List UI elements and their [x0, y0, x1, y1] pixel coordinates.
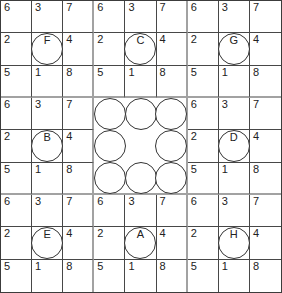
cell-number: 8 [253, 261, 259, 272]
cell-r1c7: 6 [188, 1, 219, 33]
cell-r9c2: 1 [32, 260, 63, 292]
cell-r5c2: B [32, 130, 63, 162]
cell-number: 7 [253, 2, 259, 13]
cell-r3c2: 1 [32, 66, 63, 98]
cell-r1c9: 7 [250, 1, 281, 33]
cell-r6c1: 5 [1, 163, 32, 195]
cell-number: 7 [253, 196, 259, 207]
cell-r1c2: 3 [32, 1, 63, 33]
cell-number: 4 [253, 34, 259, 45]
circle-letter: F [32, 35, 62, 46]
cell-r3c8: 1 [219, 66, 250, 98]
cell-number: 7 [66, 196, 72, 207]
cell-number: 5 [4, 261, 10, 272]
cell-r2c9: 4 [250, 33, 281, 65]
empty-circle [155, 162, 187, 194]
cell-r3c6: 8 [157, 66, 188, 98]
cell-r2c7: 2 [188, 33, 219, 65]
cell-r9c5: 1 [125, 260, 156, 292]
circle-letter: D [219, 132, 249, 143]
circle-letter: G [219, 35, 249, 46]
cell-r4c8: 3 [219, 98, 250, 130]
cell-r3c3: 8 [63, 66, 94, 98]
cell-number: 5 [97, 67, 103, 78]
cell-r1c8: 3 [219, 1, 250, 33]
cell-r2c5: C [125, 33, 156, 65]
cell-r8c4: 2 [94, 227, 125, 259]
cell-r5c6 [157, 130, 188, 162]
cell-number: 3 [128, 2, 134, 13]
cell-number: 2 [97, 228, 103, 239]
cell-number: 8 [160, 67, 166, 78]
cell-number: 1 [35, 261, 41, 272]
empty-circle [125, 162, 157, 194]
cell-number: 2 [4, 228, 10, 239]
cell-r4c9: 7 [250, 98, 281, 130]
cell-r7c7: 6 [188, 195, 219, 227]
cell-number: 8 [160, 261, 166, 272]
cell-number: 5 [4, 164, 10, 175]
cell-r9c9: 8 [250, 260, 281, 292]
cell-number: 5 [191, 164, 197, 175]
circle-letter: E [32, 229, 62, 240]
cell-r8c9: 4 [250, 227, 281, 259]
cell-number: 1 [35, 67, 41, 78]
cell-number: 8 [66, 164, 72, 175]
cell-r4c6 [157, 98, 188, 130]
cell-number: 5 [191, 67, 197, 78]
cell-r1c1: 6 [1, 1, 32, 33]
cell-number: 4 [160, 228, 166, 239]
cell-number: 3 [35, 196, 41, 207]
cell-r3c9: 8 [250, 66, 281, 98]
cell-r9c1: 5 [1, 260, 32, 292]
puzzle-board: 6376376372F42C42G45185185186376372B42D45… [0, 0, 282, 293]
cell-r7c3: 7 [63, 195, 94, 227]
cell-r7c1: 6 [1, 195, 32, 227]
cell-r1c6: 7 [157, 1, 188, 33]
cell-r4c7: 6 [188, 98, 219, 130]
empty-circle [94, 162, 126, 194]
cell-number: 4 [253, 228, 259, 239]
cell-r9c3: 8 [63, 260, 94, 292]
cell-number: 3 [222, 2, 228, 13]
cell-r5c1: 2 [1, 130, 32, 162]
cell-r2c8: G [219, 33, 250, 65]
cell-r6c4 [94, 163, 125, 195]
cell-r4c5 [125, 98, 156, 130]
cell-number: 3 [222, 196, 228, 207]
cell-number: 7 [66, 2, 72, 13]
cell-r2c4: 2 [94, 33, 125, 65]
cell-number: 6 [191, 196, 197, 207]
cell-number: 7 [160, 196, 166, 207]
cell-number: 3 [35, 99, 41, 110]
empty-circle [94, 98, 126, 130]
cell-number: 4 [253, 131, 259, 142]
cell-r4c2: 3 [32, 98, 63, 130]
cell-r9c4: 5 [94, 260, 125, 292]
cell-r6c8: 1 [219, 163, 250, 195]
cell-r9c8: 1 [219, 260, 250, 292]
cell-number: 5 [4, 67, 10, 78]
cell-number: 1 [128, 261, 134, 272]
cell-r6c2: 1 [32, 163, 63, 195]
cell-r9c6: 8 [157, 260, 188, 292]
cell-number: 4 [66, 228, 72, 239]
cell-r1c5: 3 [125, 1, 156, 33]
cell-number: 1 [222, 164, 228, 175]
circle-letter: C [125, 35, 155, 46]
cell-number: 5 [97, 261, 103, 272]
cell-number: 8 [66, 67, 72, 78]
empty-circle [125, 98, 157, 130]
cell-number: 6 [191, 2, 197, 13]
cell-r4c1: 6 [1, 98, 32, 130]
cell-number: 8 [253, 67, 259, 78]
cell-r3c4: 5 [94, 66, 125, 98]
cell-r3c1: 5 [1, 66, 32, 98]
cell-r7c5: 3 [125, 195, 156, 227]
cell-r6c3: 8 [63, 163, 94, 195]
cell-number: 3 [128, 196, 134, 207]
cell-r5c7: 2 [188, 130, 219, 162]
cell-number: 7 [253, 99, 259, 110]
cell-number: 6 [4, 196, 10, 207]
cell-r3c7: 5 [188, 66, 219, 98]
cell-number: 6 [4, 2, 10, 13]
cell-r4c3: 7 [63, 98, 94, 130]
circle-letter: A [125, 229, 155, 240]
cell-number: 4 [66, 131, 72, 142]
cell-number: 2 [97, 34, 103, 45]
cell-number: 6 [191, 99, 197, 110]
cell-r8c5: A [125, 227, 156, 259]
cell-r4c4 [94, 98, 125, 130]
empty-circle [155, 130, 187, 162]
cell-number: 7 [160, 2, 166, 13]
cell-r6c7: 5 [188, 163, 219, 195]
cell-r8c1: 2 [1, 227, 32, 259]
cell-number: 1 [128, 67, 134, 78]
cell-number: 4 [66, 34, 72, 45]
cell-r8c7: 2 [188, 227, 219, 259]
cell-number: 2 [191, 34, 197, 45]
cell-r7c9: 7 [250, 195, 281, 227]
cell-r5c4 [94, 130, 125, 162]
cell-r6c6 [157, 163, 188, 195]
cell-number: 1 [35, 164, 41, 175]
cell-r7c4: 6 [94, 195, 125, 227]
empty-circle [155, 98, 187, 130]
circle-letter: B [32, 132, 62, 143]
cell-r7c8: 3 [219, 195, 250, 227]
cell-r9c7: 5 [188, 260, 219, 292]
cell-number: 7 [66, 99, 72, 110]
cell-number: 6 [97, 2, 103, 13]
cell-r8c8: H [219, 227, 250, 259]
cell-r1c4: 6 [94, 1, 125, 33]
cell-r6c5 [125, 163, 156, 195]
cell-r5c9: 4 [250, 130, 281, 162]
cell-r5c5 [125, 130, 156, 162]
cell-r7c6: 7 [157, 195, 188, 227]
cell-r1c3: 7 [63, 1, 94, 33]
cell-r2c2: F [32, 33, 63, 65]
cell-r7c2: 3 [32, 195, 63, 227]
cell-number: 3 [35, 2, 41, 13]
cell-number: 2 [4, 131, 10, 142]
cell-number: 3 [222, 99, 228, 110]
cell-r6c9: 8 [250, 163, 281, 195]
cell-number: 4 [160, 34, 166, 45]
cell-r2c1: 2 [1, 33, 32, 65]
cell-r8c6: 4 [157, 227, 188, 259]
cell-number: 2 [4, 34, 10, 45]
cell-number: 6 [4, 99, 10, 110]
cell-number: 1 [222, 261, 228, 272]
cell-r2c3: 4 [63, 33, 94, 65]
cell-r5c3: 4 [63, 130, 94, 162]
cell-r8c2: E [32, 227, 63, 259]
cell-r5c8: D [219, 130, 250, 162]
cell-number: 1 [222, 67, 228, 78]
cell-r2c6: 4 [157, 33, 188, 65]
cell-number: 6 [97, 196, 103, 207]
cell-r8c3: 4 [63, 227, 94, 259]
cell-number: 2 [191, 228, 197, 239]
cell-number: 8 [66, 261, 72, 272]
cell-r3c5: 1 [125, 66, 156, 98]
cell-number: 8 [253, 164, 259, 175]
empty-circle [94, 130, 126, 162]
cell-number: 5 [191, 261, 197, 272]
cell-number: 2 [191, 131, 197, 142]
circle-letter: H [219, 229, 249, 240]
